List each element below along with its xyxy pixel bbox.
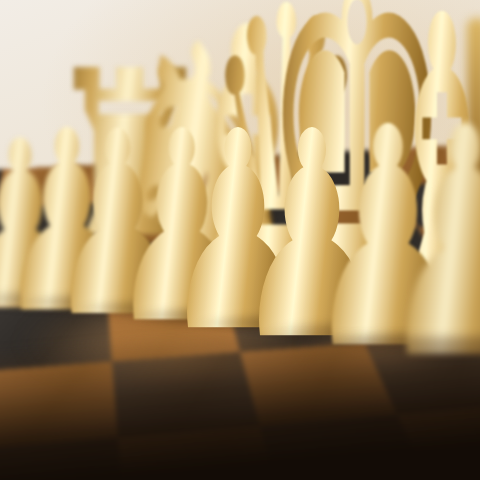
board-square: [189, 155, 296, 197]
board-square: [0, 202, 103, 253]
board-square: [0, 247, 107, 307]
board-square: [199, 191, 315, 240]
board-square: [103, 240, 224, 299]
chess-photo-scene: ♜ ♞ ♝ ♛ ♚ ♝ ♟ ♟ ♟ ♟ ♟ ♟ ♟ ♟: [0, 0, 480, 480]
board-near-edge: [0, 336, 480, 480]
partial-piece-right-edge: [467, 18, 480, 208]
board-square: [100, 197, 211, 247]
board-square: [0, 164, 100, 208]
board-square: [97, 159, 199, 202]
